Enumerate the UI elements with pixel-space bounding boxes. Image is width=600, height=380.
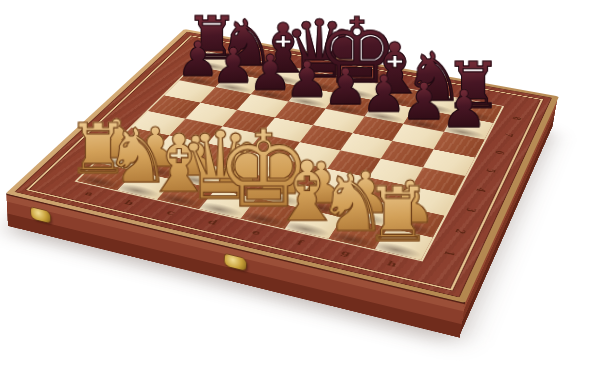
brass-clasp-right — [225, 254, 247, 271]
black-pawn: ♟ — [401, 76, 447, 127]
square-h7: ♟ — [443, 115, 493, 140]
photo-backdrop: ♜♞♝♛♚♝♞♜♟♟♟♟♟♟♟♟♟♟♟♟♟♟♟♟♜♞♝♛♚♝♞♜ abcdefg… — [0, 0, 600, 380]
chess-scene: ♜♞♝♛♚♝♞♜♟♟♟♟♟♟♟♟♟♟♟♟♟♟♟♟♜♞♝♛♚♝♞♜ abcdefg… — [0, 0, 600, 380]
black-pawn: ♟ — [362, 69, 407, 119]
black-pawn: ♟ — [441, 83, 487, 135]
white-rook: ♜ — [364, 178, 432, 254]
chess-board: ♜♞♝♛♚♝♞♜♟♟♟♟♟♟♟♟♟♟♟♟♟♟♟♟♜♞♝♛♚♝♞♜ abcdefg… — [6, 29, 559, 303]
brass-clasp-left — [31, 207, 50, 223]
